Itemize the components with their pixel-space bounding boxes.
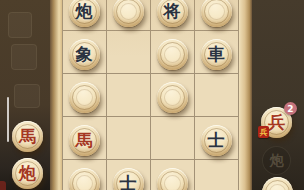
faded-background-slot <box>8 12 32 38</box>
piece-label: 車 <box>201 39 232 70</box>
hidden-piece[interactable] <box>157 168 188 190</box>
piece-label: 馬 <box>69 125 100 156</box>
piece-馬-red[interactable]: 馬 <box>69 125 100 156</box>
tray-piece-馬-red[interactable]: 馬 <box>12 121 43 152</box>
piece-count-badge: 2 <box>284 102 297 115</box>
hidden-piece[interactable] <box>69 82 100 113</box>
piece-label: 象 <box>69 39 100 70</box>
game-screen: 馬炮 炮将象車馬士士 兵 2 兵 炮 <box>0 0 304 190</box>
piece-label: 士 <box>201 125 232 156</box>
tray-piece-炮-red[interactable]: 炮 <box>12 158 43 189</box>
faded-background-slot <box>11 44 37 70</box>
piece-車-black[interactable]: 車 <box>201 39 232 70</box>
piece-label: 炮 <box>69 0 100 27</box>
progress-indicator-line <box>7 97 9 142</box>
piece-士-black[interactable]: 士 <box>113 168 144 190</box>
piece-炮-black[interactable]: 炮 <box>69 0 100 27</box>
faded-background-slot <box>14 84 40 108</box>
hidden-piece[interactable] <box>69 168 100 190</box>
hidden-piece[interactable] <box>113 0 144 27</box>
piece-士-black[interactable]: 士 <box>201 125 232 156</box>
board-frame-right <box>239 0 252 190</box>
piece-label: 将 <box>157 0 188 27</box>
left-margin: 馬炮 <box>0 0 50 190</box>
right-margin: 兵 2 兵 炮 <box>252 0 304 190</box>
faded-captured-piece: 炮 <box>262 146 291 175</box>
board-frame-left <box>50 0 62 190</box>
piece-label: 士 <box>113 168 144 190</box>
piece-象-black[interactable]: 象 <box>69 39 100 70</box>
seal-badge: 兵 <box>258 126 269 138</box>
hidden-piece[interactable] <box>157 82 188 113</box>
piece-label: 炮 <box>12 158 43 189</box>
piece-将-black[interactable]: 将 <box>157 0 188 27</box>
hidden-piece[interactable] <box>157 39 188 70</box>
hidden-piece[interactable] <box>201 0 232 27</box>
tray-piece-partial[interactable] <box>262 177 293 190</box>
piece-label: 馬 <box>12 121 43 152</box>
edge-artifact <box>0 181 6 190</box>
